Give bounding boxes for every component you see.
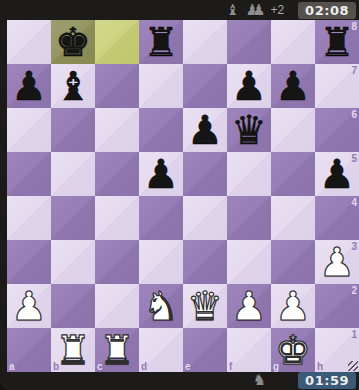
square-c2[interactable] (95, 284, 139, 328)
square-d8[interactable]: ♜ (139, 20, 183, 64)
coord-rank-4: 4 (351, 197, 357, 208)
piece-white-pawn[interactable]: ♟ (271, 284, 315, 328)
piece-white-pawn[interactable]: ♟ (227, 284, 271, 328)
square-f2[interactable]: ♟ (227, 284, 271, 328)
square-e5[interactable] (183, 152, 227, 196)
piece-white-pawn[interactable]: ♟ (315, 240, 359, 284)
square-d5[interactable]: ♟ (139, 152, 183, 196)
top-player-bar: ♝♟♟ +2 02:08 (0, 0, 359, 20)
square-e7[interactable] (183, 64, 227, 108)
piece-white-king[interactable]: ♚ (271, 328, 315, 372)
piece-white-rook[interactable]: ♜ (95, 328, 139, 372)
square-g4[interactable] (271, 196, 315, 240)
square-h4[interactable]: 4 (315, 196, 359, 240)
square-b5[interactable] (51, 152, 95, 196)
chess-game-window: ♝♟♟ +2 02:08 ♚♜♜8♟♝♟♟7♟♛6♟♟54♟3♟♞♛♟♟2a♜b… (0, 0, 359, 390)
piece-black-bishop[interactable]: ♝ (51, 64, 95, 108)
square-e8[interactable] (183, 20, 227, 64)
piece-black-queen[interactable]: ♛ (227, 108, 271, 152)
piece-black-rook[interactable]: ♜ (315, 20, 359, 64)
clock-top: 02:08 (298, 2, 356, 19)
square-h7[interactable]: 7 (315, 64, 359, 108)
square-c1[interactable]: ♜c (95, 328, 139, 372)
piece-black-pawn[interactable]: ♟ (139, 152, 183, 196)
square-b4[interactable] (51, 196, 95, 240)
piece-white-queen[interactable]: ♛ (183, 284, 227, 328)
square-b7[interactable]: ♝ (51, 64, 95, 108)
piece-white-pawn[interactable]: ♟ (7, 284, 51, 328)
square-d6[interactable] (139, 108, 183, 152)
square-c3[interactable] (95, 240, 139, 284)
square-f3[interactable] (227, 240, 271, 284)
square-f5[interactable] (227, 152, 271, 196)
captured-pieces-top: ♝♟♟ (226, 3, 265, 18)
square-h3[interactable]: ♟3 (315, 240, 359, 284)
square-b1[interactable]: ♜b (51, 328, 95, 372)
square-g5[interactable] (271, 152, 315, 196)
square-a4[interactable] (7, 196, 51, 240)
square-h8[interactable]: ♜8 (315, 20, 359, 64)
square-d3[interactable] (139, 240, 183, 284)
captured-pawn-icon: ♟ (252, 3, 265, 18)
coord-rank-1: 1 (351, 329, 357, 340)
square-d1[interactable]: d (139, 328, 183, 372)
square-h6[interactable]: 6 (315, 108, 359, 152)
square-g7[interactable]: ♟ (271, 64, 315, 108)
square-b3[interactable] (51, 240, 95, 284)
piece-white-knight[interactable]: ♞ (139, 284, 183, 328)
piece-black-pawn[interactable]: ♟ (183, 108, 227, 152)
square-g8[interactable] (271, 20, 315, 64)
square-b6[interactable] (51, 108, 95, 152)
square-b2[interactable] (51, 284, 95, 328)
square-h5[interactable]: ♟5 (315, 152, 359, 196)
square-e6[interactable]: ♟ (183, 108, 227, 152)
square-e3[interactable] (183, 240, 227, 284)
square-a1[interactable]: a (7, 328, 51, 372)
square-a8[interactable] (7, 20, 51, 64)
chess-board: ♚♜♜8♟♝♟♟7♟♛6♟♟54♟3♟♞♛♟♟2a♜b♜cdef♚g1h (7, 20, 359, 372)
square-f8[interactable] (227, 20, 271, 64)
square-a2[interactable]: ♟ (7, 284, 51, 328)
captured-bishop-icon: ♝ (226, 3, 239, 18)
board-resize-handle[interactable] (348, 361, 358, 371)
square-g1[interactable]: ♚g (271, 328, 315, 372)
square-e4[interactable] (183, 196, 227, 240)
captured-knight-icon: ♞ (253, 373, 266, 388)
piece-black-pawn[interactable]: ♟ (271, 64, 315, 108)
square-a3[interactable] (7, 240, 51, 284)
clock-bottom: 01:59 (298, 372, 356, 389)
square-f1[interactable]: f (227, 328, 271, 372)
bottom-player-bar: ♞ 01:59 (0, 371, 359, 390)
square-c6[interactable] (95, 108, 139, 152)
coord-rank-2: 2 (351, 285, 357, 296)
square-f4[interactable] (227, 196, 271, 240)
coord-rank-7: 7 (351, 65, 357, 76)
captured-pieces-bottom: ♞ (253, 373, 266, 388)
square-f7[interactable]: ♟ (227, 64, 271, 108)
square-d4[interactable] (139, 196, 183, 240)
piece-black-pawn[interactable]: ♟ (7, 64, 51, 108)
square-g2[interactable]: ♟ (271, 284, 315, 328)
square-g6[interactable] (271, 108, 315, 152)
square-e2[interactable]: ♛ (183, 284, 227, 328)
square-a5[interactable] (7, 152, 51, 196)
material-advantage: +2 (270, 3, 284, 17)
square-c8[interactable] (95, 20, 139, 64)
piece-white-rook[interactable]: ♜ (51, 328, 95, 372)
square-c7[interactable] (95, 64, 139, 108)
piece-black-pawn[interactable]: ♟ (227, 64, 271, 108)
square-f6[interactable]: ♛ (227, 108, 271, 152)
square-e1[interactable]: e (183, 328, 227, 372)
piece-black-rook[interactable]: ♜ (139, 20, 183, 64)
square-d2[interactable]: ♞ (139, 284, 183, 328)
square-h2[interactable]: 2 (315, 284, 359, 328)
coord-rank-6: 6 (351, 109, 357, 120)
square-d7[interactable] (139, 64, 183, 108)
piece-black-king[interactable]: ♚ (51, 20, 95, 64)
square-a6[interactable] (7, 108, 51, 152)
square-b8[interactable]: ♚ (51, 20, 95, 64)
square-c4[interactable] (95, 196, 139, 240)
piece-black-pawn[interactable]: ♟ (315, 152, 359, 196)
square-c5[interactable] (95, 152, 139, 196)
square-g3[interactable] (271, 240, 315, 284)
square-a7[interactable]: ♟ (7, 64, 51, 108)
